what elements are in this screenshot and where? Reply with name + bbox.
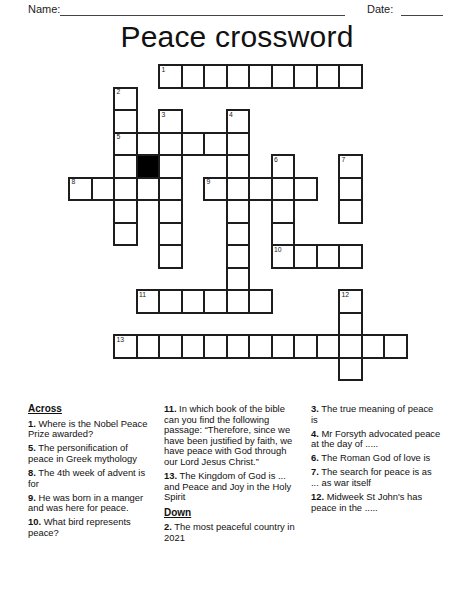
black-cell-r4-c3 (136, 154, 161, 179)
cell-number-6: 6 (274, 157, 278, 164)
clue-number: 6. (311, 452, 319, 463)
cell-r4-c9[interactable]: 6 (271, 154, 296, 179)
cell-r0-c12[interactable] (338, 64, 363, 89)
clue-down-4: 4. Mr Forsyth advocated peace at the day… (311, 429, 442, 450)
clue-across-1: 1. Where is the Nobel Peace Prize awarde… (28, 419, 155, 440)
cell-r12-c8[interactable] (248, 334, 273, 359)
cell-r7-c2[interactable] (113, 222, 138, 247)
cell-r3-c5[interactable] (181, 132, 206, 157)
cell-r6-c2[interactable] (113, 199, 138, 224)
clue-number: 9. (28, 492, 36, 503)
cell-r9-c7[interactable] (226, 267, 251, 292)
cell-r5-c9[interactable] (271, 177, 296, 202)
cell-number-3: 3 (162, 112, 166, 119)
clue-across-9: 9. He was born in a manger and was here … (28, 493, 155, 514)
cell-r8-c9[interactable]: 10 (271, 244, 296, 269)
cell-r5-c3[interactable] (136, 177, 161, 202)
cell-r5-c2[interactable] (113, 177, 138, 202)
cell-number-7: 7 (342, 157, 346, 164)
cell-r0-c7[interactable] (226, 64, 251, 89)
cell-r10-c8[interactable] (248, 289, 273, 314)
cell-r12-c6[interactable] (203, 334, 228, 359)
across-header: Across (28, 404, 155, 415)
date-blank-line[interactable] (401, 3, 443, 16)
cell-r1-c2[interactable]: 2 (113, 87, 138, 112)
cell-r7-c9[interactable] (271, 222, 296, 247)
cell-r10-c7[interactable] (226, 289, 251, 314)
cell-r6-c7[interactable] (226, 199, 251, 224)
clue-across-11: 11. In which book of the bible can you f… (164, 404, 301, 468)
cell-r12-c5[interactable] (181, 334, 206, 359)
cell-r5-c6[interactable]: 9 (203, 177, 228, 202)
cell-r10-c4[interactable] (158, 289, 183, 314)
cell-r2-c2[interactable] (113, 109, 138, 134)
clue-column-left: Across 1. Where is the Nobel Peace Prize… (28, 404, 155, 542)
cell-r10-c5[interactable] (181, 289, 206, 314)
cell-r0-c5[interactable] (181, 64, 206, 89)
cell-r6-c9[interactable] (271, 199, 296, 224)
cell-number-11: 11 (139, 292, 146, 299)
cell-r12-c12[interactable] (338, 334, 363, 359)
cell-r12-c3[interactable] (136, 334, 161, 359)
cell-r0-c8[interactable] (248, 64, 273, 89)
date-label: Date: (367, 3, 393, 15)
cell-r2-c4[interactable]: 3 (158, 109, 183, 134)
cell-r7-c4[interactable] (158, 222, 183, 247)
name-label: Name: (28, 3, 60, 15)
clue-number: 8. (28, 467, 36, 478)
cell-number-12: 12 (342, 292, 350, 299)
cell-r12-c7[interactable] (226, 334, 251, 359)
clue-column-right: 3. The true meaning of peace is4. Mr For… (311, 404, 442, 517)
cell-r12-c9[interactable] (271, 334, 296, 359)
cell-r4-c2[interactable] (113, 154, 138, 179)
cell-r8-c11[interactable] (316, 244, 341, 269)
clue-down-12: 12. Midweek St John's has peace in the .… (311, 492, 442, 513)
clue-column-middle: 11. In which book of the bible can you f… (164, 404, 301, 547)
cell-r11-c12[interactable] (338, 312, 363, 337)
cell-r4-c4[interactable] (158, 154, 183, 179)
cell-r3-c6[interactable] (203, 132, 228, 157)
down-header: Down (164, 508, 301, 519)
cell-r4-c12[interactable]: 7 (338, 154, 363, 179)
clue-across-10: 10. What bird represents peace? (28, 517, 155, 538)
clue-down-2: 2. The most peaceful country in 2021 (164, 522, 301, 543)
across-clues-1-10: 1. Where is the Nobel Peace Prize awarde… (28, 419, 155, 539)
cell-r8-c10[interactable] (293, 244, 318, 269)
cell-r3-c4[interactable] (158, 132, 183, 157)
cell-r10-c3[interactable]: 11 (136, 289, 161, 314)
cell-r12-c2[interactable]: 13 (113, 334, 138, 359)
cell-r12-c4[interactable] (158, 334, 183, 359)
clue-number: 10. (28, 516, 41, 527)
cell-r12-c13[interactable] (361, 334, 386, 359)
clue-number: 12. (311, 491, 324, 502)
cell-r5-c4[interactable] (158, 177, 183, 202)
clue-number: 2. (164, 521, 172, 532)
clue-number: 4. (311, 428, 319, 439)
cell-r10-c12[interactable]: 12 (338, 289, 363, 314)
cell-r2-c7[interactable]: 4 (226, 109, 251, 134)
cell-number-9: 9 (207, 179, 211, 186)
cell-r5-c12[interactable] (338, 177, 363, 202)
clue-across-13: 13. The Kingdom of God is ... and Peace … (164, 471, 301, 503)
cell-r7-c7[interactable] (226, 222, 251, 247)
cell-r5-c8[interactable] (248, 177, 273, 202)
cell-r5-c10[interactable] (293, 177, 318, 202)
cell-r6-c12[interactable] (338, 199, 363, 224)
clue-down-6: 6. The Roman God of love is (311, 453, 442, 464)
cell-r12-c14[interactable] (383, 334, 408, 359)
cell-r8-c4[interactable] (158, 244, 183, 269)
cell-number-10: 10 (274, 247, 282, 254)
down-clue-2: 2. The most peaceful country in 2021 (164, 522, 301, 543)
cell-r0-c11[interactable] (316, 64, 341, 89)
cell-r3-c2[interactable]: 5 (113, 132, 138, 157)
across-clues-11-13: 11. In which book of the bible can you f… (164, 404, 301, 503)
name-blank-line[interactable] (60, 3, 345, 16)
clue-down-3: 3. The true meaning of peace is (311, 404, 442, 425)
cell-r3-c3[interactable] (136, 132, 161, 157)
cell-r13-c12[interactable] (338, 357, 363, 382)
cell-r5-c1[interactable] (91, 177, 116, 202)
clue-number: 11. (164, 403, 177, 414)
crossword-grid: 12345678910111213 (68, 64, 406, 380)
down-clues-3-12: 3. The true meaning of peace is4. Mr For… (311, 404, 442, 513)
clue-across-5: 5. The personification of peace in Greek… (28, 443, 155, 464)
clue-number: 3. (311, 403, 319, 414)
page-title: Peace crossword (0, 20, 474, 54)
cell-r12-c11[interactable] (316, 334, 341, 359)
cell-number-13: 13 (117, 337, 125, 344)
clue-number: 1. (28, 418, 36, 429)
cell-r0-c6[interactable] (203, 64, 228, 89)
cell-r6-c4[interactable] (158, 199, 183, 224)
cell-number-8: 8 (72, 179, 76, 186)
cell-number-5: 5 (117, 134, 121, 141)
cell-number-4: 4 (229, 112, 233, 119)
cell-r0-c4[interactable]: 1 (158, 64, 183, 89)
cell-r5-c0[interactable]: 8 (68, 177, 93, 202)
cell-r8-c12[interactable] (338, 244, 363, 269)
clue-number: 5. (28, 442, 36, 453)
cell-r12-c10[interactable] (293, 334, 318, 359)
cell-number-1: 1 (162, 67, 166, 74)
worksheet-page: Name: Date: Peace crossword 123456789101… (0, 0, 474, 613)
cell-r0-c9[interactable] (271, 64, 296, 89)
clue-across-8: 8. The 4th week of advent is for (28, 468, 155, 489)
cell-r0-c10[interactable] (293, 64, 318, 89)
cell-number-2: 2 (117, 89, 121, 96)
clue-down-7: 7. The search for peace is as ... as war… (311, 467, 442, 488)
cell-r8-c7[interactable] (226, 244, 251, 269)
cell-r10-c6[interactable] (203, 289, 228, 314)
clue-number: 13. (164, 470, 177, 481)
clue-number: 7. (311, 466, 319, 477)
cell-r5-c7[interactable] (226, 177, 251, 202)
cell-r4-c7[interactable] (226, 154, 251, 179)
cell-r3-c7[interactable] (226, 132, 251, 157)
